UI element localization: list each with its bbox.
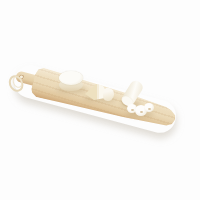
mozzarella-knot (148, 108, 151, 110)
camembert-wheel (58, 71, 84, 92)
board-notch-cutout (172, 103, 187, 116)
mozzarella-knot (140, 111, 143, 113)
cheese-board-product-photo (0, 0, 200, 200)
mozzarella-knot (131, 109, 134, 111)
camembert-top (59, 71, 83, 85)
mozzarella-ball-3 (144, 103, 154, 112)
